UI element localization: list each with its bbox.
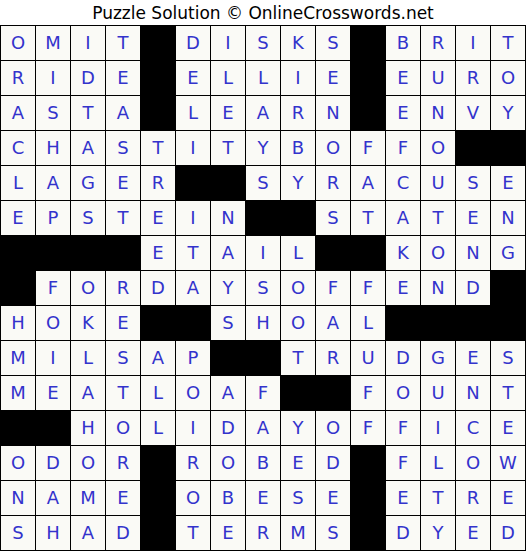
- cell-r3c15: Y: [491, 96, 525, 130]
- cell-r15c10: S: [316, 516, 350, 550]
- cell-r13c7: O: [211, 446, 245, 480]
- cell-r9c2: O: [36, 306, 70, 340]
- cell-r5c3: G: [71, 166, 105, 200]
- cell-r6c2: P: [36, 201, 70, 235]
- cell-r12c13: I: [421, 411, 455, 445]
- cell-r3c10: N: [316, 96, 350, 130]
- cell-r13c4: R: [106, 446, 140, 480]
- cell-r9c9: O: [281, 306, 315, 340]
- cell-r12c9: Y: [281, 411, 315, 445]
- cell-r14c4: E: [106, 481, 140, 515]
- cell-r10c6: P: [176, 341, 210, 375]
- cell-r9c7: S: [211, 306, 245, 340]
- cell-r7c7: A: [211, 236, 245, 270]
- black-cell-r7c3: [71, 236, 105, 270]
- black-cell-r14c5: [141, 481, 175, 515]
- black-cell-r8c15: [491, 271, 525, 305]
- cell-r11c7: A: [211, 376, 245, 410]
- cell-r7c8: I: [246, 236, 280, 270]
- cell-r10c15: S: [491, 341, 525, 375]
- cell-r5c12: C: [386, 166, 420, 200]
- black-cell-r7c10: [316, 236, 350, 270]
- cell-r12c5: L: [141, 411, 175, 445]
- cell-r3c4: A: [106, 96, 140, 130]
- black-cell-r9c13: [421, 306, 455, 340]
- cell-r15c7: E: [211, 516, 245, 550]
- black-cell-r11c10: [316, 376, 350, 410]
- black-cell-r2c11: [351, 61, 385, 95]
- black-cell-r5c6: [176, 166, 210, 200]
- black-cell-r15c11: [351, 516, 385, 550]
- black-cell-r6c9: [281, 201, 315, 235]
- black-cell-r3c5: [141, 96, 175, 130]
- cell-r12c3: H: [71, 411, 105, 445]
- cell-r3c1: A: [1, 96, 35, 130]
- crossword-grid: OMITDISKSBRITRIDEELLIEEUROASTALEARNENVYC…: [0, 25, 526, 551]
- cell-r15c15: D: [491, 516, 525, 550]
- cell-r11c11: F: [351, 376, 385, 410]
- cell-r14c14: R: [456, 481, 490, 515]
- cell-r2c14: R: [456, 61, 490, 95]
- cell-r10c13: G: [421, 341, 455, 375]
- cell-r10c3: L: [71, 341, 105, 375]
- cell-r13c15: W: [491, 446, 525, 480]
- cell-r6c13: T: [421, 201, 455, 235]
- cell-r3c8: A: [246, 96, 280, 130]
- cell-r3c2: S: [36, 96, 70, 130]
- cell-r12c6: I: [176, 411, 210, 445]
- cell-r6c1: E: [1, 201, 35, 235]
- cell-r9c3: K: [71, 306, 105, 340]
- cell-r3c12: E: [386, 96, 420, 130]
- cell-r4c9: B: [281, 131, 315, 165]
- cell-r4c6: I: [176, 131, 210, 165]
- cell-r15c14: E: [456, 516, 490, 550]
- cell-r5c15: E: [491, 166, 525, 200]
- cell-r11c1: M: [1, 376, 35, 410]
- cell-r12c4: O: [106, 411, 140, 445]
- cell-r5c9: Y: [281, 166, 315, 200]
- cell-r8c4: R: [106, 271, 140, 305]
- cell-r10c12: D: [386, 341, 420, 375]
- cell-r7c12: K: [386, 236, 420, 270]
- cell-r15c12: D: [386, 516, 420, 550]
- cell-r15c2: H: [36, 516, 70, 550]
- cell-r7c5: E: [141, 236, 175, 270]
- cell-r7c14: N: [456, 236, 490, 270]
- cell-r1c4: T: [106, 26, 140, 60]
- cell-r2c9: I: [281, 61, 315, 95]
- cell-r15c3: A: [71, 516, 105, 550]
- cell-r12c15: E: [491, 411, 525, 445]
- cell-r11c8: F: [246, 376, 280, 410]
- cell-r10c1: M: [1, 341, 35, 375]
- cell-r10c11: U: [351, 341, 385, 375]
- cell-r4c4: S: [106, 131, 140, 165]
- cell-r5c13: U: [421, 166, 455, 200]
- cell-r2c2: I: [36, 61, 70, 95]
- cell-r12c10: O: [316, 411, 350, 445]
- cell-r15c1: S: [1, 516, 35, 550]
- black-cell-r9c12: [386, 306, 420, 340]
- cell-r3c3: T: [71, 96, 105, 130]
- cell-r4c11: F: [351, 131, 385, 165]
- cell-r2c1: R: [1, 61, 35, 95]
- black-cell-r4c14: [456, 131, 490, 165]
- cell-r8c3: O: [71, 271, 105, 305]
- cell-r4c10: O: [316, 131, 350, 165]
- cell-r5c2: A: [36, 166, 70, 200]
- cell-r12c14: C: [456, 411, 490, 445]
- cell-r5c14: S: [456, 166, 490, 200]
- cell-r8c14: D: [456, 271, 490, 305]
- cell-r14c13: T: [421, 481, 455, 515]
- black-cell-r8c1: [1, 271, 35, 305]
- black-cell-r9c6: [176, 306, 210, 340]
- cell-r8c7: Y: [211, 271, 245, 305]
- cell-r1c8: S: [246, 26, 280, 60]
- cell-r5c8: S: [246, 166, 280, 200]
- cell-r10c5: A: [141, 341, 175, 375]
- cell-r4c13: O: [421, 131, 455, 165]
- cell-r4c1: C: [1, 131, 35, 165]
- black-cell-r6c8: [246, 201, 280, 235]
- cell-r5c4: E: [106, 166, 140, 200]
- cell-r10c4: S: [106, 341, 140, 375]
- black-cell-r3c11: [351, 96, 385, 130]
- cell-r11c15: T: [491, 376, 525, 410]
- cell-r6c7: N: [211, 201, 245, 235]
- cell-r9c8: H: [246, 306, 280, 340]
- black-cell-r4c15: [491, 131, 525, 165]
- black-cell-r11c9: [281, 376, 315, 410]
- cell-r8c10: F: [316, 271, 350, 305]
- cell-r14c9: S: [281, 481, 315, 515]
- cell-r15c9: M: [281, 516, 315, 550]
- cell-r6c15: N: [491, 201, 525, 235]
- cell-r6c10: S: [316, 201, 350, 235]
- cell-r8c2: F: [36, 271, 70, 305]
- cell-r11c3: A: [71, 376, 105, 410]
- cell-r11c14: N: [456, 376, 490, 410]
- cell-r1c6: D: [176, 26, 210, 60]
- cell-r13c13: L: [421, 446, 455, 480]
- cell-r8c11: F: [351, 271, 385, 305]
- cell-r14c2: A: [36, 481, 70, 515]
- cell-r5c10: R: [316, 166, 350, 200]
- cell-r3c13: N: [421, 96, 455, 130]
- cell-r3c6: L: [176, 96, 210, 130]
- black-cell-r10c7: [211, 341, 245, 375]
- cell-r4c7: T: [211, 131, 245, 165]
- cell-r2c10: E: [316, 61, 350, 95]
- cell-r12c11: F: [351, 411, 385, 445]
- cell-r4c3: A: [71, 131, 105, 165]
- cell-r11c2: E: [36, 376, 70, 410]
- cell-r12c7: D: [211, 411, 245, 445]
- cell-r14c3: M: [71, 481, 105, 515]
- cell-r13c10: D: [316, 446, 350, 480]
- cell-r11c5: L: [141, 376, 175, 410]
- cell-r10c10: R: [316, 341, 350, 375]
- cell-r15c4: D: [106, 516, 140, 550]
- cell-r1c15: T: [491, 26, 525, 60]
- cell-r4c2: H: [36, 131, 70, 165]
- black-cell-r7c11: [351, 236, 385, 270]
- cell-r2c15: O: [491, 61, 525, 95]
- black-cell-r1c11: [351, 26, 385, 60]
- cell-r13c12: F: [386, 446, 420, 480]
- cell-r6c4: T: [106, 201, 140, 235]
- cell-r2c8: L: [246, 61, 280, 95]
- cell-r12c12: F: [386, 411, 420, 445]
- cell-r2c13: U: [421, 61, 455, 95]
- cell-r8c6: A: [176, 271, 210, 305]
- black-cell-r13c11: [351, 446, 385, 480]
- cell-r7c15: G: [491, 236, 525, 270]
- cell-r14c1: N: [1, 481, 35, 515]
- cell-r13c14: O: [456, 446, 490, 480]
- cell-r13c2: D: [36, 446, 70, 480]
- black-cell-r7c2: [36, 236, 70, 270]
- black-cell-r15c5: [141, 516, 175, 550]
- cell-r7c9: L: [281, 236, 315, 270]
- cell-r1c13: R: [421, 26, 455, 60]
- cell-r1c14: I: [456, 26, 490, 60]
- cell-r2c12: E: [386, 61, 420, 95]
- cell-r8c13: N: [421, 271, 455, 305]
- cell-r12c8: A: [246, 411, 280, 445]
- cell-r13c9: E: [281, 446, 315, 480]
- cell-r1c9: K: [281, 26, 315, 60]
- black-cell-r7c1: [1, 236, 35, 270]
- cell-r8c9: O: [281, 271, 315, 305]
- black-cell-r14c11: [351, 481, 385, 515]
- cell-r1c12: B: [386, 26, 420, 60]
- cell-r1c2: M: [36, 26, 70, 60]
- black-cell-r7c4: [106, 236, 140, 270]
- cell-r9c1: H: [1, 306, 35, 340]
- cell-r11c12: O: [386, 376, 420, 410]
- cell-r10c14: E: [456, 341, 490, 375]
- cell-r14c12: E: [386, 481, 420, 515]
- cell-r2c3: D: [71, 61, 105, 95]
- cell-r7c13: O: [421, 236, 455, 270]
- cell-r5c1: L: [1, 166, 35, 200]
- cell-r8c12: E: [386, 271, 420, 305]
- black-cell-r9c15: [491, 306, 525, 340]
- cell-r14c7: B: [211, 481, 245, 515]
- cell-r4c12: F: [386, 131, 420, 165]
- cell-r14c10: E: [316, 481, 350, 515]
- black-cell-r12c2: [36, 411, 70, 445]
- cell-r11c6: O: [176, 376, 210, 410]
- cell-r13c8: B: [246, 446, 280, 480]
- cell-r13c6: R: [176, 446, 210, 480]
- cell-r3c14: V: [456, 96, 490, 130]
- cell-r5c11: A: [351, 166, 385, 200]
- puzzle-solution-page: Puzzle Solution © OnlineCrosswords.net O…: [0, 0, 526, 551]
- cell-r1c3: I: [71, 26, 105, 60]
- cell-r2c6: E: [176, 61, 210, 95]
- cell-r6c3: S: [71, 201, 105, 235]
- cell-r11c4: T: [106, 376, 140, 410]
- cell-r14c8: E: [246, 481, 280, 515]
- cell-r6c5: E: [141, 201, 175, 235]
- cell-r15c8: R: [246, 516, 280, 550]
- cell-r3c9: R: [281, 96, 315, 130]
- cell-r4c5: T: [141, 131, 175, 165]
- black-cell-r2c5: [141, 61, 175, 95]
- cell-r1c7: I: [211, 26, 245, 60]
- black-cell-r1c5: [141, 26, 175, 60]
- cell-r1c1: O: [1, 26, 35, 60]
- cell-r2c7: L: [211, 61, 245, 95]
- black-cell-r13c5: [141, 446, 175, 480]
- cell-r10c2: I: [36, 341, 70, 375]
- cell-r11c13: U: [421, 376, 455, 410]
- cell-r8c5: D: [141, 271, 175, 305]
- cell-r14c6: O: [176, 481, 210, 515]
- cell-r6c6: I: [176, 201, 210, 235]
- cell-r5c5: R: [141, 166, 175, 200]
- cell-r13c3: O: [71, 446, 105, 480]
- cell-r8c8: S: [246, 271, 280, 305]
- cell-r1c10: S: [316, 26, 350, 60]
- cell-r15c6: T: [176, 516, 210, 550]
- cell-r9c4: E: [106, 306, 140, 340]
- cell-r9c11: L: [351, 306, 385, 340]
- black-cell-r5c7: [211, 166, 245, 200]
- cell-r6c14: E: [456, 201, 490, 235]
- cell-r9c10: A: [316, 306, 350, 340]
- black-cell-r9c5: [141, 306, 175, 340]
- cell-r14c15: E: [491, 481, 525, 515]
- cell-r6c11: T: [351, 201, 385, 235]
- puzzle-title: Puzzle Solution © OnlineCrosswords.net: [0, 0, 526, 25]
- black-cell-r9c14: [456, 306, 490, 340]
- cell-r15c13: Y: [421, 516, 455, 550]
- cell-r10c9: T: [281, 341, 315, 375]
- black-cell-r12c1: [1, 411, 35, 445]
- cell-r6c12: A: [386, 201, 420, 235]
- black-cell-r10c8: [246, 341, 280, 375]
- cell-r7c6: T: [176, 236, 210, 270]
- cell-r4c8: Y: [246, 131, 280, 165]
- cell-r13c1: O: [1, 446, 35, 480]
- cell-r3c7: E: [211, 96, 245, 130]
- cell-r2c4: E: [106, 61, 140, 95]
